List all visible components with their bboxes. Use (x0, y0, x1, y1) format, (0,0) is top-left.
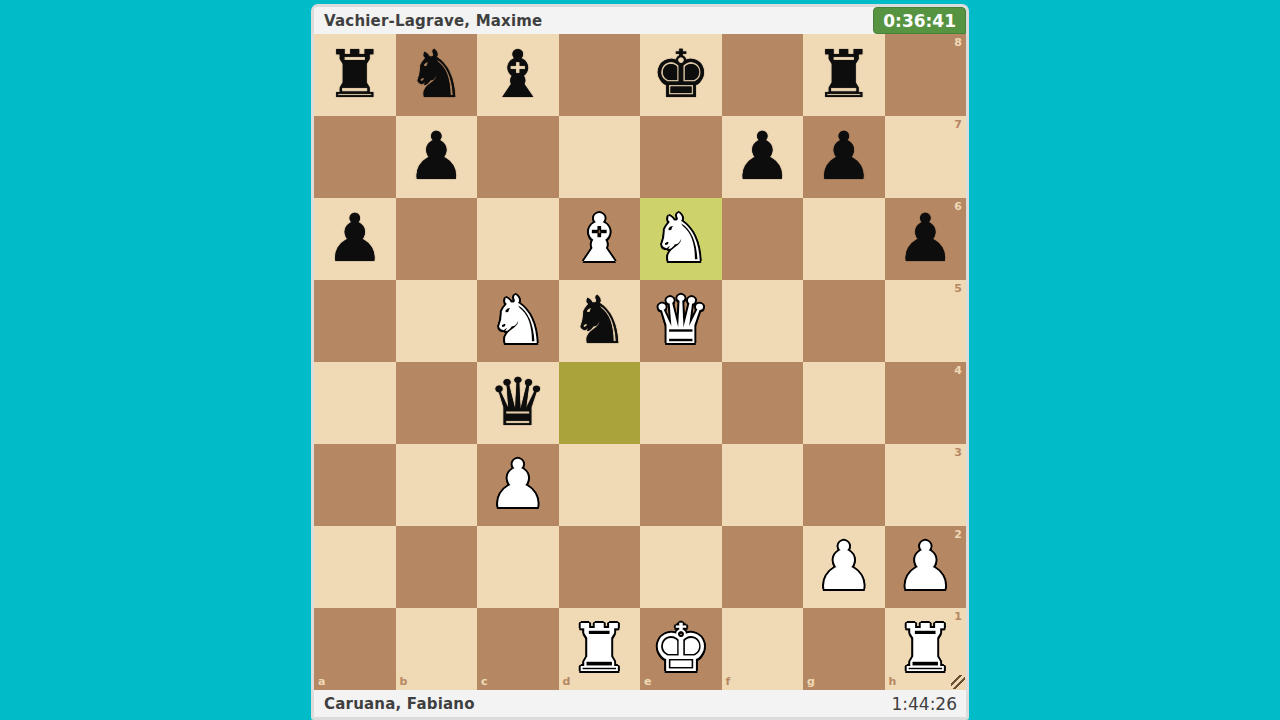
square-g2[interactable]: ♟ (803, 526, 885, 608)
square-e1[interactable]: ♚e (640, 608, 722, 690)
square-f5[interactable] (722, 280, 804, 362)
black-bishop-piece[interactable]: ♝ (488, 34, 547, 116)
square-d6[interactable]: ♝ (559, 198, 641, 280)
black-king-piece[interactable]: ♚ (651, 34, 710, 116)
square-b6[interactable] (396, 198, 478, 280)
square-a1[interactable]: a (314, 608, 396, 690)
square-f8[interactable] (722, 34, 804, 116)
square-b2[interactable] (396, 526, 478, 608)
square-a2[interactable] (314, 526, 396, 608)
square-d8[interactable] (559, 34, 641, 116)
square-f3[interactable] (722, 444, 804, 526)
black-pawn-piece[interactable]: ♟ (814, 116, 873, 198)
white-king-piece[interactable]: ♚ (651, 608, 710, 690)
square-h8[interactable]: 8 (885, 34, 967, 116)
square-g5[interactable] (803, 280, 885, 362)
square-h3[interactable]: 3 (885, 444, 967, 526)
square-a3[interactable] (314, 444, 396, 526)
square-e8[interactable]: ♚ (640, 34, 722, 116)
square-g8[interactable]: ♜ (803, 34, 885, 116)
square-e5[interactable]: ♛ (640, 280, 722, 362)
square-g6[interactable] (803, 198, 885, 280)
square-f2[interactable] (722, 526, 804, 608)
resize-handle[interactable] (951, 675, 965, 689)
square-f7[interactable]: ♟ (722, 116, 804, 198)
player-name-top: Vachier-Lagrave, Maxime (314, 12, 543, 30)
file-label-b: b (400, 676, 408, 687)
square-c2[interactable] (477, 526, 559, 608)
square-d2[interactable] (559, 526, 641, 608)
square-a8[interactable]: ♜ (314, 34, 396, 116)
black-pawn-piece[interactable]: ♟ (896, 198, 955, 280)
white-knight-piece[interactable]: ♞ (488, 280, 547, 362)
file-label-e: e (644, 676, 651, 687)
file-label-f: f (726, 676, 731, 687)
square-d7[interactable] (559, 116, 641, 198)
square-b5[interactable] (396, 280, 478, 362)
square-g1[interactable]: g (803, 608, 885, 690)
square-f4[interactable] (722, 362, 804, 444)
square-b4[interactable] (396, 362, 478, 444)
square-h5[interactable]: 5 (885, 280, 967, 362)
square-c1[interactable]: c (477, 608, 559, 690)
square-b1[interactable]: b (396, 608, 478, 690)
black-knight-piece[interactable]: ♞ (570, 280, 629, 362)
square-e3[interactable] (640, 444, 722, 526)
rank-label-1: 1 (954, 611, 962, 622)
black-pawn-piece[interactable]: ♟ (325, 198, 384, 280)
square-f6[interactable] (722, 198, 804, 280)
square-d5[interactable]: ♞ (559, 280, 641, 362)
square-c4[interactable]: ♛ (477, 362, 559, 444)
square-h2[interactable]: ♟2 (885, 526, 967, 608)
square-e7[interactable] (640, 116, 722, 198)
white-pawn-piece[interactable]: ♟ (896, 526, 955, 608)
square-d3[interactable] (559, 444, 641, 526)
rank-label-3: 3 (954, 447, 962, 458)
black-knight-piece[interactable]: ♞ (407, 34, 466, 116)
square-c5[interactable]: ♞ (477, 280, 559, 362)
file-label-d: d (563, 676, 571, 687)
square-c7[interactable] (477, 116, 559, 198)
black-rook-piece[interactable]: ♜ (325, 34, 384, 116)
square-e2[interactable] (640, 526, 722, 608)
white-rook-piece[interactable]: ♜ (570, 608, 629, 690)
file-label-g: g (807, 676, 815, 687)
player-bar-bottom: Caruana, Fabiano 1:44:26 (314, 690, 966, 717)
square-b3[interactable] (396, 444, 478, 526)
white-rook-piece[interactable]: ♜ (896, 608, 955, 690)
black-pawn-piece[interactable]: ♟ (733, 116, 792, 198)
square-f1[interactable]: f (722, 608, 804, 690)
player-bar-top: Vachier-Lagrave, Maxime 0:36:41 (314, 7, 966, 34)
white-queen-piece[interactable]: ♛ (651, 280, 710, 362)
file-label-a: a (318, 676, 325, 687)
square-h7[interactable]: 7 (885, 116, 967, 198)
square-d1[interactable]: ♜d (559, 608, 641, 690)
square-g4[interactable] (803, 362, 885, 444)
square-b8[interactable]: ♞ (396, 34, 478, 116)
white-knight-piece[interactable]: ♞ (651, 198, 710, 280)
square-g3[interactable] (803, 444, 885, 526)
rank-label-8: 8 (954, 37, 962, 48)
square-c3[interactable]: ♟ (477, 444, 559, 526)
chess-board: ♜♞♝♚♜8♟♟♟7♟♝♞♟6♞♞♛5♛4♟3♟♟2abc♜d♚efg♜h1 (314, 34, 966, 690)
square-d4[interactable] (559, 362, 641, 444)
player-clock-top: 0:36:41 (873, 7, 966, 34)
file-label-c: c (481, 676, 488, 687)
square-e4[interactable] (640, 362, 722, 444)
rank-label-5: 5 (954, 283, 962, 294)
square-h4[interactable]: 4 (885, 362, 967, 444)
player-clock-bottom: 1:44:26 (882, 690, 966, 717)
white-pawn-piece[interactable]: ♟ (814, 526, 873, 608)
square-b7[interactable]: ♟ (396, 116, 478, 198)
square-h6[interactable]: ♟6 (885, 198, 967, 280)
rank-label-4: 4 (954, 365, 962, 376)
square-e6[interactable]: ♞ (640, 198, 722, 280)
square-g7[interactable]: ♟ (803, 116, 885, 198)
square-c6[interactable] (477, 198, 559, 280)
black-queen-piece[interactable]: ♛ (488, 362, 547, 444)
square-a4[interactable] (314, 362, 396, 444)
rank-label-2: 2 (954, 529, 962, 540)
square-a5[interactable] (314, 280, 396, 362)
chess-game-widget: Vachier-Lagrave, Maxime 0:36:41 ♜♞♝♚♜8♟♟… (311, 4, 969, 720)
white-bishop-piece[interactable]: ♝ (570, 198, 629, 280)
black-rook-piece[interactable]: ♜ (814, 34, 873, 116)
black-pawn-piece[interactable]: ♟ (407, 116, 466, 198)
file-label-h: h (889, 676, 897, 687)
square-a7[interactable] (314, 116, 396, 198)
rank-label-7: 7 (954, 119, 962, 130)
rank-label-6: 6 (954, 201, 962, 212)
square-c8[interactable]: ♝ (477, 34, 559, 116)
player-name-bottom: Caruana, Fabiano (314, 695, 475, 713)
white-pawn-piece[interactable]: ♟ (488, 444, 547, 526)
square-a6[interactable]: ♟ (314, 198, 396, 280)
